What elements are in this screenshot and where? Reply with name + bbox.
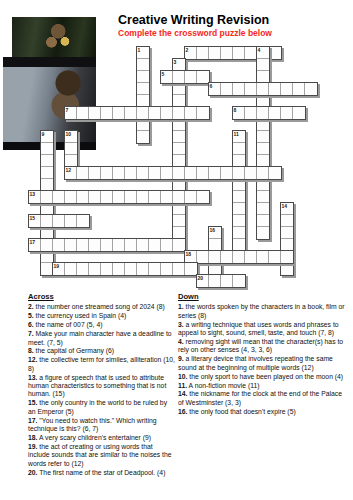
cell[interactable] (29, 215, 41, 227)
cell[interactable] (89, 263, 101, 275)
cell[interactable] (41, 143, 53, 155)
clue-item: 11. A non-fiction movie (11) (178, 382, 348, 390)
cell[interactable] (269, 83, 281, 95)
clue-item: 20. The first name of the star of Deadpo… (28, 469, 176, 477)
cell[interactable] (89, 167, 101, 179)
cell[interactable] (173, 107, 185, 119)
cell[interactable] (221, 251, 233, 263)
cell[interactable] (233, 107, 245, 119)
cell[interactable] (101, 263, 113, 275)
word-3-down[interactable] (172, 58, 186, 240)
cell[interactable] (257, 59, 269, 71)
cell[interactable] (101, 191, 113, 203)
cell[interactable] (137, 119, 149, 131)
cell[interactable] (125, 191, 137, 203)
cell[interactable] (221, 167, 233, 179)
cell[interactable] (173, 143, 185, 155)
across-header: Across (28, 293, 176, 301)
word-13-across[interactable] (28, 190, 210, 204)
word-1-down[interactable] (136, 46, 150, 144)
cell[interactable] (245, 167, 257, 179)
cell[interactable] (65, 263, 77, 275)
cell[interactable] (149, 263, 161, 275)
clue-item: 9. a literary device that involves repea… (178, 355, 348, 372)
word-6-across[interactable] (208, 82, 318, 96)
cell[interactable] (281, 251, 293, 263)
cell[interactable] (77, 107, 89, 119)
cell[interactable] (65, 107, 77, 119)
cell[interactable] (197, 191, 209, 203)
cell[interactable] (41, 191, 53, 203)
cell[interactable] (113, 191, 125, 203)
cell[interactable] (113, 167, 125, 179)
clue-item: 15. the only country in the world to be … (28, 399, 176, 416)
across-clue-list: 2. the number one streamed song of 2024 … (28, 303, 176, 477)
cell[interactable] (89, 107, 101, 119)
cell[interactable] (77, 167, 89, 179)
cell[interactable] (221, 275, 233, 287)
cell[interactable] (197, 275, 209, 287)
cell[interactable] (41, 215, 53, 227)
cell[interactable] (233, 251, 245, 263)
cell[interactable] (65, 239, 77, 251)
cell[interactable] (269, 107, 281, 119)
clue-item: 3. a writing technique that uses words a… (178, 321, 348, 338)
cell[interactable] (257, 131, 269, 143)
clue-item: 8. the capital of Germany (6) (28, 347, 176, 355)
cell[interactable] (245, 83, 257, 95)
cell[interactable] (233, 275, 245, 287)
cell[interactable] (149, 107, 161, 119)
word-11-down[interactable] (232, 130, 246, 264)
cell[interactable] (245, 251, 257, 263)
cell[interactable] (101, 239, 113, 251)
cell[interactable] (233, 179, 245, 191)
clue-item: 19. the act of creating or using words t… (28, 443, 176, 468)
clue-item: 6. the name of 007 (5, 4) (28, 321, 176, 329)
cell[interactable] (77, 263, 89, 275)
cell[interactable] (101, 167, 113, 179)
cell[interactable] (257, 83, 269, 95)
clue-item: 16. the only food that doesn't expire (5… (178, 408, 348, 416)
cell[interactable] (125, 167, 137, 179)
clue-item: 4. removing sight will mean that the cha… (178, 338, 348, 355)
cell[interactable] (137, 71, 149, 83)
cell[interactable] (281, 215, 293, 227)
cell[interactable] (125, 107, 137, 119)
cell[interactable] (137, 263, 149, 275)
word-4-down[interactable] (256, 46, 270, 240)
cell[interactable] (173, 167, 185, 179)
word-8-across[interactable] (232, 106, 306, 120)
cell[interactable] (233, 203, 245, 215)
cell[interactable] (161, 71, 173, 83)
cell[interactable] (233, 215, 245, 227)
word-20-across[interactable] (196, 274, 246, 288)
cell[interactable] (257, 215, 269, 227)
cell[interactable] (209, 167, 221, 179)
cell[interactable] (173, 203, 185, 215)
clue-item: 5. the currency used in Spain (4) (28, 312, 176, 320)
clue-item: 10. the only sport to have been played o… (178, 373, 348, 381)
cell[interactable] (137, 59, 149, 71)
cell[interactable] (161, 239, 173, 251)
cell[interactable] (197, 47, 209, 59)
cell[interactable] (209, 227, 221, 239)
cell[interactable] (209, 275, 221, 287)
cell[interactable] (161, 107, 173, 119)
cell[interactable] (197, 167, 209, 179)
cell[interactable] (185, 47, 197, 59)
cell[interactable] (209, 47, 221, 59)
word-7-across[interactable] (64, 106, 210, 120)
down-clues-section: Down 1. the words spoken by the characte… (178, 293, 348, 417)
down-clue-list: 1. the words spoken by the characters in… (178, 303, 348, 416)
cell[interactable] (65, 143, 77, 155)
cell[interactable] (113, 263, 125, 275)
word-14-down[interactable] (280, 202, 294, 276)
cell[interactable] (41, 239, 53, 251)
cell[interactable] (269, 47, 281, 59)
cell[interactable] (257, 47, 269, 59)
cell[interactable] (29, 239, 41, 251)
cell[interactable] (41, 167, 53, 179)
clue-item: 1. the words spoken by the characters in… (178, 303, 348, 320)
cell[interactable] (137, 47, 149, 59)
cell[interactable] (305, 83, 317, 95)
cell[interactable] (137, 107, 149, 119)
cell[interactable] (137, 167, 149, 179)
cell[interactable] (125, 239, 137, 251)
cell[interactable] (41, 155, 53, 167)
cell[interactable] (269, 251, 281, 263)
cell[interactable] (209, 83, 221, 95)
cell[interactable] (53, 215, 65, 227)
cell[interactable] (65, 131, 77, 143)
cell[interactable] (281, 203, 293, 215)
cell[interactable] (125, 263, 137, 275)
cell[interactable] (53, 191, 65, 203)
cell[interactable] (173, 83, 185, 95)
cell[interactable] (293, 107, 305, 119)
cell[interactable] (161, 191, 173, 203)
cell[interactable] (137, 131, 149, 143)
cell[interactable] (77, 239, 89, 251)
clue-item: 17. "You need to watch this." Which writ… (28, 417, 176, 434)
cell[interactable] (161, 263, 173, 275)
cell[interactable] (65, 191, 77, 203)
cell[interactable] (233, 167, 245, 179)
clue-item: 14. the nickname for the clock at the en… (178, 390, 348, 407)
cell[interactable] (173, 131, 185, 143)
cell[interactable] (173, 215, 185, 227)
clue-item: 7. Make your main character have a deadl… (28, 330, 176, 347)
cell[interactable] (101, 107, 113, 119)
word-5-across[interactable] (160, 70, 210, 84)
cell[interactable] (77, 215, 89, 227)
cell[interactable] (233, 227, 245, 239)
cell[interactable] (65, 167, 77, 179)
cell[interactable] (269, 167, 281, 179)
cell[interactable] (149, 239, 161, 251)
word-17-across[interactable] (28, 238, 186, 252)
cell[interactable] (89, 239, 101, 251)
cell[interactable] (77, 191, 89, 203)
cell[interactable] (233, 83, 245, 95)
clue-item: 13. a figure of speech that is used to a… (28, 374, 176, 399)
cell[interactable] (53, 263, 65, 275)
cell[interactable] (281, 263, 293, 275)
cell[interactable] (233, 47, 245, 59)
cell[interactable] (113, 107, 125, 119)
cell[interactable] (173, 119, 185, 131)
cell[interactable] (245, 107, 257, 119)
cell[interactable] (149, 191, 161, 203)
cell[interactable] (257, 179, 269, 191)
cell[interactable] (233, 131, 245, 143)
cell[interactable] (89, 191, 101, 203)
cell[interactable] (137, 83, 149, 95)
cell[interactable] (65, 215, 77, 227)
clue-item: 2. the number one streamed song of 2024 … (28, 303, 176, 311)
crossword-board: 1234567891011121314151617181920 (0, 0, 353, 294)
cell[interactable] (233, 191, 245, 203)
cell[interactable] (29, 191, 41, 203)
cell[interactable] (173, 71, 185, 83)
cell[interactable] (173, 191, 185, 203)
word-19-across[interactable] (52, 262, 198, 276)
cell[interactable] (197, 251, 209, 263)
cell[interactable] (233, 143, 245, 155)
cell[interactable] (293, 83, 305, 95)
cell[interactable] (53, 239, 65, 251)
cell[interactable] (221, 47, 233, 59)
cell[interactable] (173, 263, 185, 275)
cell[interactable] (185, 107, 197, 119)
cell[interactable] (221, 83, 233, 95)
cell[interactable] (257, 143, 269, 155)
cell[interactable] (149, 167, 161, 179)
cell[interactable] (209, 251, 221, 263)
word-12-across[interactable] (64, 166, 282, 180)
clue-item: 12. the collective term for similes, all… (28, 356, 176, 373)
cell[interactable] (137, 239, 149, 251)
cell[interactable] (281, 83, 293, 95)
across-clues-section: Across 2. the number one streamed song o… (28, 293, 176, 478)
clue-item: 18. A very scary children's entertainer … (28, 434, 176, 442)
cell[interactable] (281, 227, 293, 239)
cell[interactable] (137, 191, 149, 203)
cell[interactable] (185, 71, 197, 83)
cell[interactable] (197, 107, 209, 119)
cell[interactable] (185, 167, 197, 179)
cell[interactable] (41, 131, 53, 143)
word-18-across[interactable] (184, 250, 294, 264)
cell[interactable] (257, 251, 269, 263)
cell[interactable] (257, 107, 269, 119)
down-header: Down (178, 293, 348, 301)
cell[interactable] (161, 167, 173, 179)
cell[interactable] (257, 227, 269, 239)
cell[interactable] (281, 107, 293, 119)
cell[interactable] (185, 191, 197, 203)
cell[interactable] (113, 239, 125, 251)
cell[interactable] (257, 119, 269, 131)
cell[interactable] (257, 191, 269, 203)
word-15-across[interactable] (28, 214, 90, 228)
cell[interactable] (257, 203, 269, 215)
cell[interactable] (257, 167, 269, 179)
